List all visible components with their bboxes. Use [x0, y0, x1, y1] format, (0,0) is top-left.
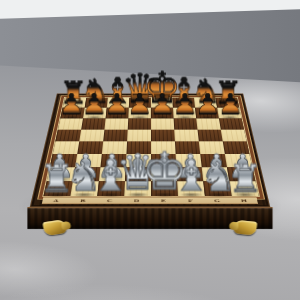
square-d6[interactable] — [128, 118, 151, 129]
square-g7[interactable]: ♟ — [195, 108, 219, 119]
file-labels: ABCDEFGH — [42, 197, 258, 204]
square-h6[interactable] — [219, 118, 244, 129]
file-label-h: H — [230, 197, 258, 203]
square-a5[interactable] — [55, 130, 81, 142]
square-f7[interactable]: ♟ — [173, 108, 196, 119]
square-c6[interactable] — [104, 118, 128, 129]
black-pawn[interactable]: ♟ — [150, 91, 175, 119]
board-surface: ♜♞♝♛♚♝♞♜♟♟♟♟♟♟♟♟♟♟♟♟♟♟♟♟♜♞♝♛♚♝♞♜ ABCDEFG… — [30, 93, 271, 207]
square-f6[interactable] — [174, 118, 198, 129]
board-front-edge — [27, 207, 272, 229]
file-label-g: G — [203, 197, 231, 203]
square-e5[interactable] — [151, 130, 175, 142]
black-pawn[interactable]: ♟ — [81, 91, 106, 119]
square-h7[interactable]: ♟ — [217, 108, 241, 119]
file-label-d: D — [123, 197, 150, 203]
chess-set-photo: ♜♞♝♛♚♝♞♜♟♟♟♟♟♟♟♟♟♟♟♟♟♟♟♟♜♞♝♛♚♝♞♜ ABCDEFG… — [0, 0, 300, 300]
black-pawn[interactable]: ♟ — [127, 91, 152, 119]
black-pawn[interactable]: ♟ — [195, 91, 220, 119]
square-e6[interactable] — [151, 118, 174, 129]
black-pawn[interactable]: ♟ — [172, 91, 197, 119]
square-e7[interactable]: ♟ — [151, 108, 174, 119]
file-label-a: A — [42, 197, 70, 203]
white-rook[interactable]: ♜ — [228, 159, 262, 197]
square-g6[interactable] — [196, 118, 221, 129]
file-label-b: B — [69, 197, 97, 203]
square-h1[interactable]: ♜ — [229, 181, 258, 196]
square-f5[interactable] — [174, 130, 199, 142]
brass-clasp-left[interactable] — [43, 219, 68, 236]
square-c5[interactable] — [103, 130, 128, 142]
black-pawn[interactable]: ♟ — [218, 91, 243, 119]
file-label-e: E — [150, 197, 177, 203]
black-pawn[interactable]: ♟ — [104, 91, 129, 119]
perspective-wrapper: ♜♞♝♛♚♝♞♜♟♟♟♟♟♟♟♟♟♟♟♟♟♟♟♟♜♞♝♛♚♝♞♜ ABCDEFG… — [0, 0, 300, 300]
square-b5[interactable] — [79, 130, 104, 142]
square-g5[interactable] — [198, 130, 223, 142]
brass-clasp-right[interactable] — [233, 220, 257, 236]
black-pawn[interactable]: ♟ — [59, 91, 84, 119]
square-d5[interactable] — [127, 130, 151, 142]
square-a6[interactable] — [58, 118, 83, 129]
file-label-f: F — [177, 197, 204, 203]
square-b6[interactable] — [81, 118, 105, 129]
chess-board: ♜♞♝♛♚♝♞♜♟♟♟♟♟♟♟♟♟♟♟♟♟♟♟♟♜♞♝♛♚♝♞♜ ABCDEFG… — [30, 93, 271, 207]
file-label-c: C — [96, 197, 123, 203]
board-squares: ♜♞♝♛♚♝♞♜♟♟♟♟♟♟♟♟♟♟♟♟♟♟♟♟♜♞♝♛♚♝♞♜ — [44, 98, 259, 196]
square-c7[interactable]: ♟ — [106, 108, 129, 119]
square-d7[interactable]: ♟ — [128, 108, 151, 119]
square-h5[interactable] — [221, 130, 247, 142]
